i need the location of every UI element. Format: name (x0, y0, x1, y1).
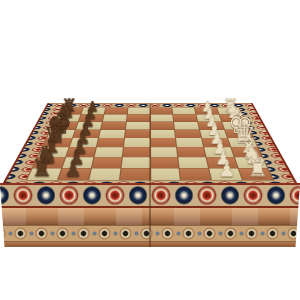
square-a7[interactable]: ♟ (58, 168, 90, 180)
square-h5[interactable] (127, 108, 149, 115)
board-scene: ♜♟♟♜♞♟♟♞♝♟♟♝♚♟♟♚♛♟♟♛♝♟♟♝♞♟♟♞♜♟♟♜ (0, 0, 300, 300)
square-g5[interactable] (127, 114, 150, 121)
square-e4[interactable] (150, 130, 175, 138)
box-front-face (0, 183, 300, 247)
square-c4[interactable] (151, 147, 178, 157)
chess-set-photo: ♜♟♟♜♞♟♟♞♝♟♟♝♚♟♟♚♛♟♟♛♝♟♟♝♞♟♟♞♜♟♟♜ (0, 0, 300, 300)
square-f5[interactable] (126, 122, 150, 130)
square-d4[interactable] (151, 138, 177, 147)
black-pawn-a7[interactable]: ♟ (46, 161, 100, 180)
square-a5[interactable] (120, 168, 150, 180)
square-c5[interactable] (122, 147, 149, 157)
square-h4[interactable] (150, 108, 172, 115)
box-fold-seam (149, 183, 151, 247)
square-d5[interactable] (124, 138, 150, 147)
chess-board: ♜♟♟♜♞♟♟♞♝♟♟♝♚♟♟♚♛♟♟♛♝♟♟♝♞♟♟♞♜♟♟♜ (0, 103, 300, 190)
square-f4[interactable] (150, 122, 174, 130)
square-b5[interactable] (121, 157, 149, 168)
white-rook-a1[interactable]: ♜ (231, 156, 285, 180)
square-a4[interactable] (151, 168, 181, 180)
square-e5[interactable] (125, 130, 150, 138)
square-g4[interactable] (150, 114, 173, 121)
board-mosaic-border: ♜♟♟♜♞♟♟♞♝♟♟♝♚♟♟♚♛♟♟♛♝♟♟♝♞♟♟♞♜♟♟♜ (0, 103, 300, 190)
square-a1[interactable]: ♜ (239, 168, 273, 180)
square-b4[interactable] (151, 157, 179, 168)
